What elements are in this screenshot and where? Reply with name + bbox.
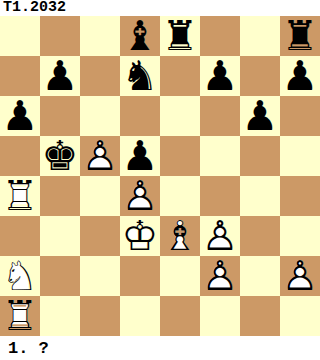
- square-h7[interactable]: ♟: [280, 56, 320, 96]
- square-b6[interactable]: [40, 96, 80, 136]
- square-d4[interactable]: ♟♙: [120, 176, 160, 216]
- chess-board: ♝♜♜♟♞♟♟♟♟♚♟♙♟♜♖♟♙♚♔♝♗♟♙♞♘♟♙♟♙♜♖: [0, 16, 320, 336]
- square-h3[interactable]: [280, 216, 320, 256]
- white-knight-glyph-outline: ♘: [2, 256, 39, 296]
- piece-white-pawn: ♟♙: [200, 256, 240, 296]
- square-e2[interactable]: [160, 256, 200, 296]
- square-c8[interactable]: [80, 16, 120, 56]
- square-b7[interactable]: ♟: [40, 56, 80, 96]
- square-b2[interactable]: [40, 256, 80, 296]
- square-g5[interactable]: [240, 136, 280, 176]
- square-b5[interactable]: ♚: [40, 136, 80, 176]
- piece-black-pawn: ♟: [0, 96, 40, 136]
- problem-title: T1.2032: [0, 0, 320, 16]
- square-e4[interactable]: [160, 176, 200, 216]
- square-b4[interactable]: [40, 176, 80, 216]
- piece-white-pawn: ♟♙: [200, 216, 240, 256]
- piece-white-pawn: ♟♙: [80, 136, 120, 176]
- black-knight-glyph-fill: ♞: [122, 56, 159, 96]
- move-prompt: 1. ?: [0, 339, 320, 358]
- square-e1[interactable]: [160, 296, 200, 336]
- piece-black-pawn: ♟: [200, 56, 240, 96]
- square-e5[interactable]: [160, 136, 200, 176]
- white-pawn-glyph-outline: ♙: [202, 256, 239, 296]
- square-e8[interactable]: ♜: [160, 16, 200, 56]
- white-pawn-glyph-outline: ♙: [82, 136, 119, 176]
- square-a1[interactable]: ♜♖: [0, 296, 40, 336]
- square-g7[interactable]: [240, 56, 280, 96]
- square-e3[interactable]: ♝♗: [160, 216, 200, 256]
- square-f4[interactable]: [200, 176, 240, 216]
- black-pawn-glyph-fill: ♟: [122, 136, 159, 176]
- black-pawn-glyph-fill: ♟: [242, 96, 279, 136]
- square-a8[interactable]: [0, 16, 40, 56]
- black-rook-glyph-fill: ♜: [162, 16, 199, 56]
- square-h4[interactable]: [280, 176, 320, 216]
- piece-black-rook: ♜: [280, 16, 320, 56]
- square-f3[interactable]: ♟♙: [200, 216, 240, 256]
- piece-black-king: ♚: [40, 136, 80, 176]
- white-pawn-glyph-outline: ♙: [202, 216, 239, 256]
- black-pawn-glyph-fill: ♟: [202, 56, 239, 96]
- square-a7[interactable]: [0, 56, 40, 96]
- square-b8[interactable]: [40, 16, 80, 56]
- square-a3[interactable]: [0, 216, 40, 256]
- square-f7[interactable]: ♟: [200, 56, 240, 96]
- square-h6[interactable]: [280, 96, 320, 136]
- piece-black-bishop: ♝: [120, 16, 160, 56]
- square-c3[interactable]: [80, 216, 120, 256]
- piece-white-pawn: ♟♙: [120, 176, 160, 216]
- black-pawn-glyph-fill: ♟: [42, 56, 79, 96]
- piece-black-pawn: ♟: [40, 56, 80, 96]
- square-h5[interactable]: [280, 136, 320, 176]
- square-g3[interactable]: [240, 216, 280, 256]
- square-c7[interactable]: [80, 56, 120, 96]
- white-rook-glyph-outline: ♖: [2, 296, 39, 336]
- square-g6[interactable]: ♟: [240, 96, 280, 136]
- square-h8[interactable]: ♜: [280, 16, 320, 56]
- white-bishop-glyph-outline: ♗: [162, 216, 199, 256]
- square-a4[interactable]: ♜♖: [0, 176, 40, 216]
- square-g4[interactable]: [240, 176, 280, 216]
- black-bishop-glyph-fill: ♝: [122, 16, 159, 56]
- piece-white-rook: ♜♖: [0, 176, 40, 216]
- square-a5[interactable]: [0, 136, 40, 176]
- piece-white-knight: ♞♘: [0, 256, 40, 296]
- black-pawn-glyph-fill: ♟: [282, 56, 319, 96]
- square-c2[interactable]: [80, 256, 120, 296]
- square-d8[interactable]: ♝: [120, 16, 160, 56]
- white-king-glyph-outline: ♔: [122, 216, 159, 256]
- square-d7[interactable]: ♞: [120, 56, 160, 96]
- square-g2[interactable]: [240, 256, 280, 296]
- square-b3[interactable]: [40, 216, 80, 256]
- square-c4[interactable]: [80, 176, 120, 216]
- square-c1[interactable]: [80, 296, 120, 336]
- square-f6[interactable]: [200, 96, 240, 136]
- piece-white-bishop: ♝♗: [160, 216, 200, 256]
- piece-white-king: ♚♔: [120, 216, 160, 256]
- square-a2[interactable]: ♞♘: [0, 256, 40, 296]
- square-f8[interactable]: [200, 16, 240, 56]
- square-f2[interactable]: ♟♙: [200, 256, 240, 296]
- square-d5[interactable]: ♟: [120, 136, 160, 176]
- square-d3[interactable]: ♚♔: [120, 216, 160, 256]
- square-d2[interactable]: [120, 256, 160, 296]
- black-rook-glyph-fill: ♜: [282, 16, 319, 56]
- square-f1[interactable]: [200, 296, 240, 336]
- piece-black-rook: ♜: [160, 16, 200, 56]
- black-king-glyph-fill: ♚: [42, 136, 79, 176]
- square-g8[interactable]: [240, 16, 280, 56]
- piece-black-pawn: ♟: [240, 96, 280, 136]
- square-d6[interactable]: [120, 96, 160, 136]
- piece-black-pawn: ♟: [120, 136, 160, 176]
- square-d1[interactable]: [120, 296, 160, 336]
- square-a6[interactable]: ♟: [0, 96, 40, 136]
- piece-black-pawn: ♟: [280, 56, 320, 96]
- square-h2[interactable]: ♟♙: [280, 256, 320, 296]
- square-f5[interactable]: [200, 136, 240, 176]
- white-rook-glyph-outline: ♖: [2, 176, 39, 216]
- piece-white-rook: ♜♖: [0, 296, 40, 336]
- black-pawn-glyph-fill: ♟: [2, 96, 39, 136]
- square-c6[interactable]: [80, 96, 120, 136]
- square-e7[interactable]: [160, 56, 200, 96]
- white-pawn-glyph-outline: ♙: [122, 176, 159, 216]
- square-h1[interactable]: [280, 296, 320, 336]
- piece-black-knight: ♞: [120, 56, 160, 96]
- square-c5[interactable]: ♟♙: [80, 136, 120, 176]
- square-b1[interactable]: [40, 296, 80, 336]
- square-g1[interactable]: [240, 296, 280, 336]
- square-e6[interactable]: [160, 96, 200, 136]
- piece-white-pawn: ♟♙: [280, 256, 320, 296]
- white-pawn-glyph-outline: ♙: [282, 256, 319, 296]
